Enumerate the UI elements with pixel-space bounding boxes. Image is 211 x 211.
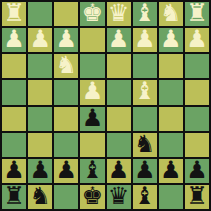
square-e6[interactable]: [80, 133, 104, 157]
square-d4[interactable]: [107, 80, 131, 104]
white-bishop-icon: ♝: [134, 80, 156, 103]
square-e5[interactable]: ♟: [80, 107, 104, 131]
square-b6[interactable]: [159, 133, 183, 157]
white-pawn-icon: ♟: [29, 28, 51, 51]
square-h1[interactable]: ♜: [2, 2, 26, 26]
white-pawn-icon: ♟: [108, 28, 130, 51]
white-pawn-icon: ♟: [186, 28, 208, 51]
white-pawn-icon: ♟: [3, 28, 25, 51]
square-h2[interactable]: ♟: [2, 28, 26, 52]
square-g6[interactable]: [28, 133, 52, 157]
square-g7[interactable]: ♟: [28, 159, 52, 183]
black-bishop-icon: ♝: [134, 185, 156, 208]
square-d7[interactable]: ♟: [107, 159, 131, 183]
square-b3[interactable]: [159, 54, 183, 78]
square-f1[interactable]: [54, 2, 78, 26]
black-pawn-icon: ♟: [160, 159, 182, 182]
square-d3[interactable]: [107, 54, 131, 78]
black-pawn-icon: ♟: [108, 159, 130, 182]
square-g4[interactable]: [28, 80, 52, 104]
square-f5[interactable]: [54, 107, 78, 131]
square-g2[interactable]: ♟: [28, 28, 52, 52]
square-a2[interactable]: ♟: [185, 28, 209, 52]
black-queen-icon: ♛: [108, 185, 130, 208]
white-rook-icon: ♜: [186, 2, 208, 25]
square-a3[interactable]: [185, 54, 209, 78]
white-bishop-icon: ♝: [134, 2, 156, 25]
square-a8[interactable]: ♜: [185, 185, 209, 209]
black-knight-icon: ♞: [29, 185, 51, 208]
black-pawn-icon: ♟: [3, 159, 25, 182]
square-g3[interactable]: [28, 54, 52, 78]
square-c6[interactable]: ♞: [133, 133, 157, 157]
square-a1[interactable]: ♜: [185, 2, 209, 26]
square-a4[interactable]: [185, 80, 209, 104]
square-e1[interactable]: ♚: [80, 2, 104, 26]
square-b4[interactable]: [159, 80, 183, 104]
square-e7[interactable]: ♝: [80, 159, 104, 183]
square-e4[interactable]: ♟: [80, 80, 104, 104]
white-pawn-icon: ♟: [160, 28, 182, 51]
white-queen-icon: ♛: [108, 2, 130, 25]
square-d5[interactable]: [107, 107, 131, 131]
white-knight-icon: ♞: [56, 54, 78, 77]
black-pawn-icon: ♟: [186, 159, 208, 182]
square-f3[interactable]: ♞: [54, 54, 78, 78]
square-h7[interactable]: ♟: [2, 159, 26, 183]
square-c2[interactable]: ♟: [133, 28, 157, 52]
black-pawn-icon: ♟: [82, 107, 104, 130]
white-pawn-icon: ♟: [56, 28, 78, 51]
square-d6[interactable]: [107, 133, 131, 157]
square-b5[interactable]: [159, 107, 183, 131]
white-pawn-icon: ♟: [82, 80, 104, 103]
white-knight-icon: ♞: [160, 2, 182, 25]
black-rook-icon: ♜: [186, 185, 208, 208]
square-c8[interactable]: ♝: [133, 185, 157, 209]
black-pawn-icon: ♟: [56, 159, 78, 182]
square-c4[interactable]: ♝: [133, 80, 157, 104]
square-h6[interactable]: [2, 133, 26, 157]
black-bishop-icon: ♝: [82, 159, 104, 182]
square-g5[interactable]: [28, 107, 52, 131]
chess-board: ♜♚♛♝♞♜♟♟♟♟♟♟♟♞♟♝♟♞♟♟♟♝♟♟♟♟♜♞♚♛♝♜: [0, 0, 211, 211]
black-rook-icon: ♜: [3, 185, 25, 208]
square-e2[interactable]: [80, 28, 104, 52]
square-f8[interactable]: [54, 185, 78, 209]
white-pawn-icon: ♟: [134, 28, 156, 51]
square-a5[interactable]: [185, 107, 209, 131]
square-e8[interactable]: ♚: [80, 185, 104, 209]
square-e3[interactable]: [80, 54, 104, 78]
square-f2[interactable]: ♟: [54, 28, 78, 52]
square-f6[interactable]: [54, 133, 78, 157]
square-a6[interactable]: [185, 133, 209, 157]
square-d2[interactable]: ♟: [107, 28, 131, 52]
square-g1[interactable]: [28, 2, 52, 26]
square-b7[interactable]: ♟: [159, 159, 183, 183]
square-b8[interactable]: [159, 185, 183, 209]
square-d1[interactable]: ♛: [107, 2, 131, 26]
black-king-icon: ♚: [82, 185, 104, 208]
square-h4[interactable]: [2, 80, 26, 104]
black-knight-icon: ♞: [134, 133, 156, 156]
square-f4[interactable]: [54, 80, 78, 104]
square-h8[interactable]: ♜: [2, 185, 26, 209]
white-rook-icon: ♜: [3, 2, 25, 25]
white-king-icon: ♚: [82, 2, 104, 25]
black-pawn-icon: ♟: [29, 159, 51, 182]
black-pawn-icon: ♟: [134, 159, 156, 182]
square-a7[interactable]: ♟: [185, 159, 209, 183]
square-b1[interactable]: ♞: [159, 2, 183, 26]
square-f7[interactable]: ♟: [54, 159, 78, 183]
square-g8[interactable]: ♞: [28, 185, 52, 209]
square-c7[interactable]: ♟: [133, 159, 157, 183]
square-c5[interactable]: [133, 107, 157, 131]
square-c1[interactable]: ♝: [133, 2, 157, 26]
square-d8[interactable]: ♛: [107, 185, 131, 209]
square-b2[interactable]: ♟: [159, 28, 183, 52]
square-h5[interactable]: [2, 107, 26, 131]
square-c3[interactable]: [133, 54, 157, 78]
square-h3[interactable]: [2, 54, 26, 78]
